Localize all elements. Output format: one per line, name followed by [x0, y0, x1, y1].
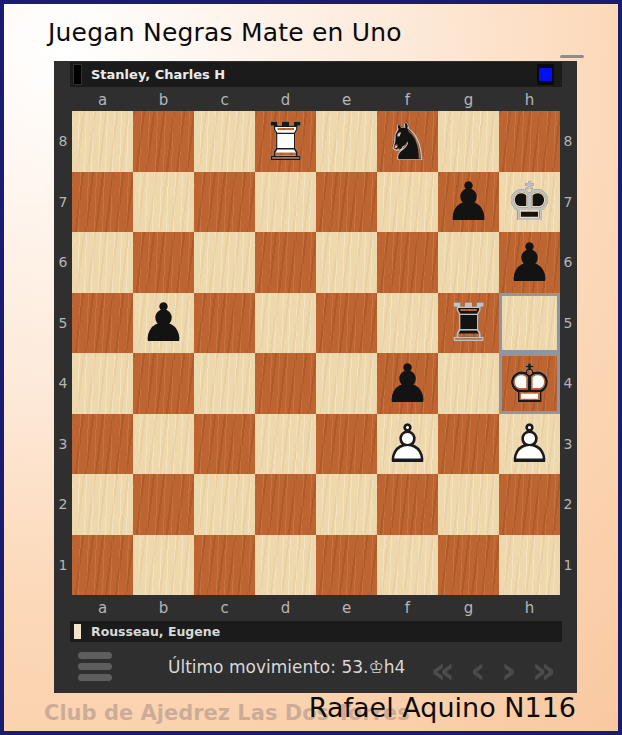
file-label-g: g [438, 597, 499, 619]
square-e2[interactable] [316, 474, 377, 535]
square-c7[interactable] [194, 172, 255, 233]
rank-label-5: 5 [54, 293, 72, 354]
rank-labels-right: 87654321 [559, 111, 577, 595]
rank-label-4: 4 [54, 353, 72, 414]
square-a2[interactable] [72, 474, 133, 535]
piece-white-rook: ♜♖ [255, 111, 316, 172]
square-b4[interactable] [133, 353, 194, 414]
piece-black-pawn: ♟♙ [377, 353, 438, 414]
rank-label-7: 7 [54, 172, 72, 233]
square-e1[interactable] [316, 535, 377, 596]
square-b8[interactable] [133, 111, 194, 172]
rank-label-6: 6 [54, 232, 72, 293]
square-e5[interactable] [316, 293, 377, 354]
square-b3[interactable] [133, 414, 194, 475]
square-f8[interactable]: ♞♘ [377, 111, 438, 172]
player-name-black: Stanley, Charles H [91, 67, 225, 82]
square-g5[interactable]: ♜♖ [438, 293, 499, 354]
page-background: Juegan Negras Mate en Uno Stanley, Charl… [0, 0, 622, 735]
file-labels-bottom: abcdefgh [72, 597, 560, 619]
rank-label-1: 1 [54, 535, 72, 596]
file-label-h: h [499, 90, 560, 110]
square-e8[interactable] [316, 111, 377, 172]
square-d2[interactable] [255, 474, 316, 535]
move-navigation: « ‹ › » [431, 646, 556, 693]
player-bar-white: Rousseau, Eugene [70, 621, 562, 642]
square-d3[interactable] [255, 414, 316, 475]
square-e6[interactable] [316, 232, 377, 293]
piece-white-pawn: ♟♙ [377, 414, 438, 475]
black-side-indicator [74, 65, 81, 84]
rank-label-1: 1 [559, 535, 577, 596]
file-label-h: h [499, 597, 560, 619]
square-g8[interactable] [438, 111, 499, 172]
square-h4[interactable]: ♚♔ [499, 353, 560, 414]
file-label-d: d [255, 597, 316, 619]
nav-prev-button[interactable]: ‹ [470, 651, 486, 689]
square-f6[interactable] [377, 232, 438, 293]
square-a4[interactable] [72, 353, 133, 414]
file-label-g: g [438, 90, 499, 110]
square-h8[interactable] [499, 111, 560, 172]
file-label-c: c [194, 90, 255, 110]
square-d6[interactable] [255, 232, 316, 293]
rank-label-3: 3 [54, 414, 72, 475]
author-caption: Rafael Aquino N116 [309, 692, 576, 723]
square-c2[interactable] [194, 474, 255, 535]
square-f1[interactable] [377, 535, 438, 596]
white-side-indicator [74, 624, 81, 639]
piece-black-pawn: ♟♙ [133, 293, 194, 354]
rank-label-6: 6 [559, 232, 577, 293]
file-labels-top: abcdefgh [72, 90, 560, 110]
square-f4[interactable]: ♟♙ [377, 353, 438, 414]
square-e3[interactable] [316, 414, 377, 475]
file-label-c: c [194, 597, 255, 619]
square-d5[interactable] [255, 293, 316, 354]
square-b7[interactable] [133, 172, 194, 233]
piece-white-pawn: ♟♙ [499, 414, 560, 475]
square-h5[interactable] [499, 293, 560, 354]
square-e4[interactable] [316, 353, 377, 414]
file-label-e: e [316, 90, 377, 110]
square-f3[interactable]: ♟♙ [377, 414, 438, 475]
square-a7[interactable] [72, 172, 133, 233]
rank-label-2: 2 [54, 474, 72, 535]
square-a5[interactable] [72, 293, 133, 354]
square-c4[interactable] [194, 353, 255, 414]
square-a3[interactable] [72, 414, 133, 475]
file-label-a: a [72, 90, 133, 110]
square-b1[interactable] [133, 535, 194, 596]
square-h1[interactable] [499, 535, 560, 596]
square-c1[interactable] [194, 535, 255, 596]
square-c5[interactable] [194, 293, 255, 354]
square-b5[interactable]: ♟♙ [133, 293, 194, 354]
rank-label-3: 3 [559, 414, 577, 475]
square-c3[interactable] [194, 414, 255, 475]
square-g2[interactable] [438, 474, 499, 535]
puzzle-title: Juegan Negras Mate en Uno [48, 18, 402, 47]
square-a8[interactable] [72, 111, 133, 172]
square-f5[interactable] [377, 293, 438, 354]
file-label-d: d [255, 90, 316, 110]
square-b6[interactable] [133, 232, 194, 293]
square-h6[interactable]: ♟♙ [499, 232, 560, 293]
player-name-white: Rousseau, Eugene [91, 624, 220, 639]
square-g4[interactable] [438, 353, 499, 414]
menu-button[interactable] [78, 652, 112, 681]
file-label-a: a [72, 597, 133, 619]
piece-black-pawn: ♟♙ [438, 172, 499, 233]
piece-white-king: ♚♔ [499, 353, 560, 414]
rank-labels-left: 87654321 [54, 111, 72, 595]
rank-label-5: 5 [559, 293, 577, 354]
rank-label-4: 4 [559, 353, 577, 414]
scrollbar-thumb[interactable] [560, 55, 584, 58]
piece-black-king: ♚♔ [499, 172, 560, 233]
last-move-text: Último movimiento: 53.♔h4 [168, 657, 405, 677]
square-c6[interactable] [194, 232, 255, 293]
piece-black-knight: ♞♘ [377, 111, 438, 172]
piece-black-pawn: ♟♙ [499, 232, 560, 293]
to-move-indicator [537, 64, 554, 85]
square-d7[interactable] [255, 172, 316, 233]
chess-widget-panel: Stanley, Charles H abcdefgh 87654321 ♜♖♞… [54, 61, 577, 693]
square-d8[interactable]: ♜♖ [255, 111, 316, 172]
player-bar-black: Stanley, Charles H [70, 62, 562, 87]
rank-label-8: 8 [54, 111, 72, 172]
nav-first-button[interactable]: « [431, 651, 456, 689]
file-label-e: e [316, 597, 377, 619]
rank-label-8: 8 [559, 111, 577, 172]
file-label-b: b [133, 90, 194, 110]
square-a1[interactable] [72, 535, 133, 596]
nav-last-button[interactable]: » [531, 651, 556, 689]
square-f7[interactable] [377, 172, 438, 233]
piece-black-rook: ♜♖ [438, 293, 499, 354]
square-a6[interactable] [72, 232, 133, 293]
status-bar: Último movimiento: 53.♔h4 « ‹ › » [70, 646, 562, 693]
square-g6[interactable] [438, 232, 499, 293]
square-g1[interactable] [438, 535, 499, 596]
square-g3[interactable] [438, 414, 499, 475]
square-e7[interactable] [316, 172, 377, 233]
file-label-f: f [377, 90, 438, 110]
nav-next-button[interactable]: › [501, 651, 517, 689]
square-h7[interactable]: ♚♔ [499, 172, 560, 233]
square-c8[interactable] [194, 111, 255, 172]
square-b2[interactable] [133, 474, 194, 535]
rank-label-7: 7 [559, 172, 577, 233]
square-g7[interactable]: ♟♙ [438, 172, 499, 233]
square-d1[interactable] [255, 535, 316, 596]
rank-label-2: 2 [559, 474, 577, 535]
file-label-b: b [133, 597, 194, 619]
file-label-f: f [377, 597, 438, 619]
square-h2[interactable] [499, 474, 560, 535]
square-f2[interactable] [377, 474, 438, 535]
to-move-square-icon [539, 68, 552, 81]
square-d4[interactable] [255, 353, 316, 414]
square-h3[interactable]: ♟♙ [499, 414, 560, 475]
chess-board: ♜♖♞♘♟♙♚♔♟♙♟♙♜♖♟♙♚♔♟♙♟♙ [72, 111, 560, 595]
